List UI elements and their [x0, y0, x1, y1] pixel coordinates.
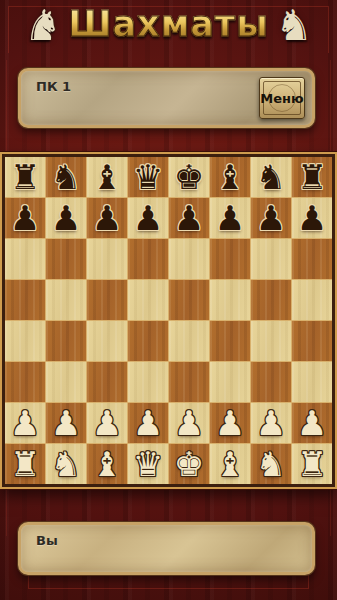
piece-black-queen: ♛ [133, 157, 163, 197]
square-c8[interactable]: ♝ [87, 157, 127, 197]
square-h7[interactable]: ♟ [292, 198, 332, 238]
square-f3[interactable] [210, 362, 250, 402]
square-b1[interactable]: ♞ [46, 444, 86, 484]
square-f7[interactable]: ♟ [210, 198, 250, 238]
square-a3[interactable] [5, 362, 45, 402]
square-e2[interactable]: ♟ [169, 403, 209, 443]
square-g7[interactable]: ♟ [251, 198, 291, 238]
square-b7[interactable]: ♟ [46, 198, 86, 238]
piece-black-knight: ♞ [256, 157, 286, 197]
piece-white-pawn: ♟ [174, 403, 204, 443]
square-a7[interactable]: ♟ [5, 198, 45, 238]
square-f1[interactable]: ♝ [210, 444, 250, 484]
square-g5[interactable] [251, 280, 291, 320]
piece-white-pawn: ♟ [51, 403, 81, 443]
square-c2[interactable]: ♟ [87, 403, 127, 443]
piece-black-bishop: ♝ [215, 157, 245, 197]
square-c7[interactable]: ♟ [87, 198, 127, 238]
square-h1[interactable]: ♜ [292, 444, 332, 484]
square-g6[interactable] [251, 239, 291, 279]
piece-white-knight: ♞ [256, 444, 286, 484]
square-g3[interactable] [251, 362, 291, 402]
square-d8[interactable]: ♛ [128, 157, 168, 197]
piece-black-rook: ♜ [297, 157, 327, 197]
piece-white-pawn: ♟ [10, 403, 40, 443]
piece-white-pawn: ♟ [92, 403, 122, 443]
square-a5[interactable] [5, 280, 45, 320]
square-h8[interactable]: ♜ [292, 157, 332, 197]
piece-black-pawn: ♟ [92, 198, 122, 238]
square-b6[interactable] [46, 239, 86, 279]
square-c5[interactable] [87, 280, 127, 320]
square-b2[interactable]: ♟ [46, 403, 86, 443]
piece-black-pawn: ♟ [10, 198, 40, 238]
square-f8[interactable]: ♝ [210, 157, 250, 197]
square-d2[interactable]: ♟ [128, 403, 168, 443]
square-b8[interactable]: ♞ [46, 157, 86, 197]
square-d1[interactable]: ♛ [128, 444, 168, 484]
title-bar: ♞ Шахматы ♞ [0, 0, 337, 56]
square-h6[interactable] [292, 239, 332, 279]
menu-button[interactable]: Меню [259, 77, 305, 119]
piece-black-rook: ♜ [10, 157, 40, 197]
piece-black-pawn: ♟ [297, 198, 327, 238]
piece-black-bishop: ♝ [92, 157, 122, 197]
piece-white-pawn: ♟ [215, 403, 245, 443]
square-g8[interactable]: ♞ [251, 157, 291, 197]
square-g4[interactable] [251, 321, 291, 361]
piece-black-pawn: ♟ [256, 198, 286, 238]
square-e5[interactable] [169, 280, 209, 320]
square-c3[interactable] [87, 362, 127, 402]
piece-black-pawn: ♟ [215, 198, 245, 238]
piece-black-king: ♚ [174, 157, 204, 197]
square-f2[interactable]: ♟ [210, 403, 250, 443]
square-c4[interactable] [87, 321, 127, 361]
knight-icon: ♞ [275, 2, 313, 50]
menu-button-label: Меню [260, 78, 304, 118]
square-g2[interactable]: ♟ [251, 403, 291, 443]
square-d4[interactable] [128, 321, 168, 361]
square-e8[interactable]: ♚ [169, 157, 209, 197]
square-c6[interactable] [87, 239, 127, 279]
piece-white-queen: ♛ [133, 444, 163, 484]
square-d7[interactable]: ♟ [128, 198, 168, 238]
piece-white-pawn: ♟ [133, 403, 163, 443]
piece-white-bishop: ♝ [215, 444, 245, 484]
square-e7[interactable]: ♟ [169, 198, 209, 238]
square-e1[interactable]: ♚ [169, 444, 209, 484]
square-d3[interactable] [128, 362, 168, 402]
square-a8[interactable]: ♜ [5, 157, 45, 197]
square-b3[interactable] [46, 362, 86, 402]
square-a1[interactable]: ♜ [5, 444, 45, 484]
square-b4[interactable] [46, 321, 86, 361]
piece-white-pawn: ♟ [256, 403, 286, 443]
piece-black-pawn: ♟ [133, 198, 163, 238]
square-c1[interactable]: ♝ [87, 444, 127, 484]
chess-board: ♜♞♝♛♚♝♞♜♟♟♟♟♟♟♟♟♟♟♟♟♟♟♟♟♜♞♝♛♚♝♞♜ [5, 157, 332, 484]
piece-black-pawn: ♟ [51, 198, 81, 238]
square-e4[interactable] [169, 321, 209, 361]
piece-black-knight: ♞ [51, 157, 81, 197]
opponent-panel: ПК 1 Меню [18, 68, 315, 128]
square-f6[interactable] [210, 239, 250, 279]
piece-white-rook: ♜ [10, 444, 40, 484]
piece-white-bishop: ♝ [92, 444, 122, 484]
square-h2[interactable]: ♟ [292, 403, 332, 443]
piece-white-knight: ♞ [51, 444, 81, 484]
square-a2[interactable]: ♟ [5, 403, 45, 443]
square-h4[interactable] [292, 321, 332, 361]
player-name-label: Вы [36, 533, 58, 548]
square-e3[interactable] [169, 362, 209, 402]
square-d5[interactable] [128, 280, 168, 320]
square-b5[interactable] [46, 280, 86, 320]
square-e6[interactable] [169, 239, 209, 279]
piece-white-king: ♚ [174, 444, 204, 484]
piece-white-pawn: ♟ [297, 403, 327, 443]
player-panel: Вы [18, 522, 315, 575]
chess-board-frame: ♜♞♝♛♚♝♞♜♟♟♟♟♟♟♟♟♟♟♟♟♟♟♟♟♜♞♝♛♚♝♞♜ [0, 152, 337, 489]
piece-black-pawn: ♟ [174, 198, 204, 238]
square-h3[interactable] [292, 362, 332, 402]
square-g1[interactable]: ♞ [251, 444, 291, 484]
square-f4[interactable] [210, 321, 250, 361]
square-f5[interactable] [210, 280, 250, 320]
square-h5[interactable] [292, 280, 332, 320]
square-a4[interactable] [5, 321, 45, 361]
square-d6[interactable] [128, 239, 168, 279]
opponent-name-label: ПК 1 [36, 79, 71, 94]
piece-white-rook: ♜ [297, 444, 327, 484]
square-a6[interactable] [5, 239, 45, 279]
